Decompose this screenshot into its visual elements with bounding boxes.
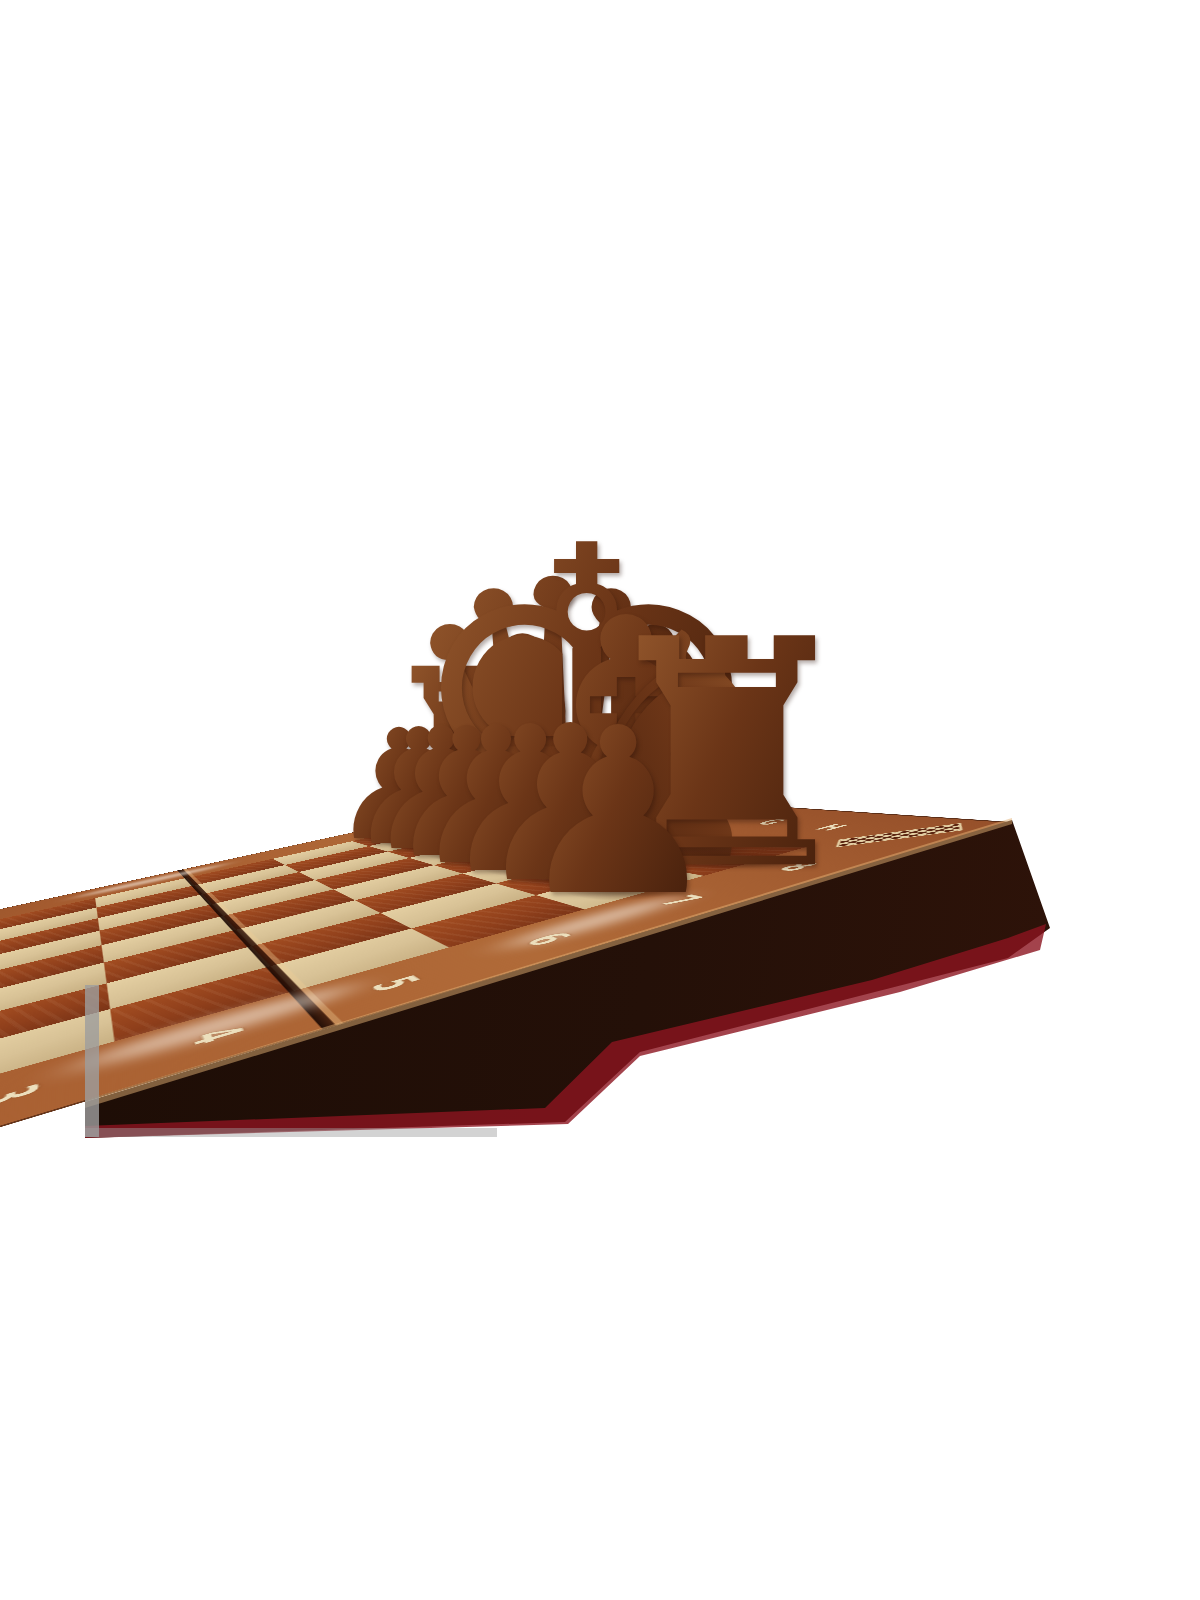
chess-piece-pawn: ♟ [503,697,733,927]
pieces-layer: ♜♞♝♛♚♝♞♜♟♟♟♟♟♟♟♟ [0,0,1200,1600]
product-photo-canvas: 12345678ABCDEFGH ♜♞♝♛♚♝♞♜♟♟♟♟♟♟♟♟ [0,0,1200,1600]
